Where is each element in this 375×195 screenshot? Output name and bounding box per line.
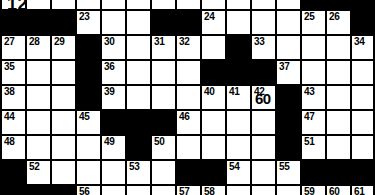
cell-r3c14[interactable] xyxy=(352,61,375,86)
cell-r8c7[interactable]: 57 xyxy=(177,186,202,195)
cell-r2c0[interactable]: 27 xyxy=(2,36,27,61)
cell-annotation-12: 12 xyxy=(7,0,28,13)
black-cell-r7c0 xyxy=(2,161,27,186)
cell-r3c1[interactable] xyxy=(27,61,52,86)
clue-number-34: 34 xyxy=(354,37,365,46)
cell-r1c3[interactable]: 23 xyxy=(77,11,102,36)
cell-r4c10[interactable]: 4260 xyxy=(252,86,277,111)
cell-r7c3[interactable] xyxy=(77,161,102,186)
cell-r5c8[interactable] xyxy=(202,111,227,136)
clue-number-57: 57 xyxy=(179,187,190,195)
cell-r5c0[interactable]: 44 xyxy=(2,111,27,136)
cell-r0c4[interactable] xyxy=(102,0,127,11)
cell-r6c2[interactable] xyxy=(52,136,77,161)
clue-number-55: 55 xyxy=(279,162,290,171)
clue-number-52: 52 xyxy=(29,162,40,171)
black-cell-r7c7 xyxy=(177,161,202,186)
clue-number-54: 54 xyxy=(229,162,240,171)
clue-number-47: 47 xyxy=(304,112,315,121)
cell-r2c14[interactable]: 34 xyxy=(352,36,375,61)
black-cell-r7c8 xyxy=(202,161,227,186)
cell-r5c12[interactable]: 47 xyxy=(302,111,327,136)
cell-r0c5[interactable] xyxy=(127,0,152,11)
cell-r4c8[interactable]: 40 xyxy=(202,86,227,111)
cell-r4c14[interactable] xyxy=(352,86,375,111)
clue-number-46: 46 xyxy=(179,112,190,121)
clue-number-28: 28 xyxy=(29,37,40,46)
black-cell-r0c12 xyxy=(302,0,327,11)
black-cell-r7c13 xyxy=(327,161,352,186)
black-cell-r6c5 xyxy=(127,136,152,161)
clue-number-36: 36 xyxy=(104,62,115,71)
cell-r8c10[interactable] xyxy=(252,186,277,195)
clue-number-51: 51 xyxy=(304,137,315,146)
clue-number-45: 45 xyxy=(79,112,90,121)
cell-r5c1[interactable] xyxy=(27,111,52,136)
clue-number-31: 31 xyxy=(154,37,165,46)
clue-number-49: 49 xyxy=(104,137,115,146)
clue-number-30: 30 xyxy=(104,37,115,46)
clue-number-33: 33 xyxy=(254,37,265,46)
black-cell-r7c14 xyxy=(352,161,375,186)
cell-r0c7[interactable] xyxy=(177,0,202,11)
clue-number-44: 44 xyxy=(4,112,15,121)
cell-r5c7[interactable]: 46 xyxy=(177,111,202,136)
cell-r6c14[interactable] xyxy=(352,136,375,161)
cell-r1c5[interactable] xyxy=(127,11,152,36)
cell-r7c6[interactable] xyxy=(152,161,177,186)
cell-r3c4[interactable]: 36 xyxy=(102,61,127,86)
clue-number-39: 39 xyxy=(104,87,115,96)
clue-number-53: 53 xyxy=(129,162,140,171)
clue-number-40: 40 xyxy=(204,87,215,96)
cell-r4c13[interactable] xyxy=(327,86,352,111)
cell-r1c9[interactable] xyxy=(227,11,252,36)
cell-r5c3[interactable]: 45 xyxy=(77,111,102,136)
cell-r6c3[interactable] xyxy=(77,136,102,161)
cell-r2c8[interactable] xyxy=(202,36,227,61)
cell-r4c4[interactable]: 39 xyxy=(102,86,127,111)
cell-r1c12[interactable]: 25 xyxy=(302,11,327,36)
cell-r6c9[interactable] xyxy=(227,136,252,161)
black-cell-r3c8 xyxy=(202,61,227,86)
black-cell-r4c3 xyxy=(77,86,102,111)
black-cell-r1c1 xyxy=(27,11,52,36)
clue-number-41: 41 xyxy=(229,87,240,96)
black-cell-r8c0 xyxy=(2,186,27,195)
cell-r2c7[interactable]: 32 xyxy=(177,36,202,61)
black-cell-r5c11 xyxy=(277,111,302,136)
clue-number-58: 58 xyxy=(204,187,215,195)
clue-number-35: 35 xyxy=(4,62,15,71)
black-cell-r0c14 xyxy=(352,0,375,11)
clue-number-27: 27 xyxy=(4,37,15,46)
cell-r8c4[interactable] xyxy=(102,186,127,195)
cell-r7c2[interactable] xyxy=(52,161,77,186)
clue-number-29: 29 xyxy=(54,37,65,46)
cell-r0c0[interactable]: 12 xyxy=(2,0,27,11)
black-cell-r0c13 xyxy=(327,0,352,11)
black-cell-r5c6 xyxy=(152,111,177,136)
cell-r7c10[interactable] xyxy=(252,161,277,186)
cell-r7c5[interactable]: 53 xyxy=(127,161,152,186)
cell-r3c12[interactable] xyxy=(302,61,327,86)
cell-r5c14[interactable] xyxy=(352,111,375,136)
clue-number-23: 23 xyxy=(79,12,90,21)
cell-r4c2[interactable] xyxy=(52,86,77,111)
cell-r4c9[interactable]: 41 xyxy=(227,86,252,111)
cell-r5c2[interactable] xyxy=(52,111,77,136)
cell-annotation-60: 60 xyxy=(255,91,271,106)
cell-r6c6[interactable]: 50 xyxy=(152,136,177,161)
cell-r3c5[interactable] xyxy=(127,61,152,86)
black-cell-r3c9 xyxy=(227,61,252,86)
clue-number-48: 48 xyxy=(4,137,15,146)
clue-number-25: 25 xyxy=(304,12,315,21)
cell-r7c1[interactable]: 52 xyxy=(27,161,52,186)
black-cell-r7c12 xyxy=(302,161,327,186)
black-cell-r6c11 xyxy=(277,136,302,161)
cell-r6c1[interactable] xyxy=(27,136,52,161)
black-cell-r5c4 xyxy=(102,111,127,136)
cell-r4c0[interactable]: 38 xyxy=(2,86,27,111)
cell-r0c8[interactable] xyxy=(202,0,227,11)
cell-r0c10[interactable] xyxy=(252,0,277,11)
cell-r6c7[interactable] xyxy=(177,136,202,161)
cell-r7c11[interactable]: 55 xyxy=(277,161,302,186)
cell-r2c10[interactable]: 33 xyxy=(252,36,277,61)
black-cell-r2c3 xyxy=(77,36,102,61)
cell-r2c4[interactable]: 30 xyxy=(102,36,127,61)
clue-number-38: 38 xyxy=(4,87,15,96)
cell-r2c6[interactable]: 31 xyxy=(152,36,177,61)
cell-r0c1[interactable] xyxy=(27,0,52,11)
cell-r0c11[interactable] xyxy=(277,0,302,11)
cell-r3c2[interactable] xyxy=(52,61,77,86)
cell-r2c13[interactable] xyxy=(327,36,352,61)
black-cell-r3c3 xyxy=(77,61,102,86)
cell-r5c13[interactable] xyxy=(327,111,352,136)
cell-r3c11[interactable]: 37 xyxy=(277,61,302,86)
cell-r0c9[interactable] xyxy=(227,0,252,11)
cell-r6c12[interactable]: 51 xyxy=(302,136,327,161)
clue-number-60: 60 xyxy=(329,187,340,195)
cell-r3c0[interactable]: 35 xyxy=(2,61,27,86)
cell-r0c3[interactable] xyxy=(77,0,102,11)
cell-r4c7[interactable] xyxy=(177,86,202,111)
cell-r8c8[interactable]: 58 xyxy=(202,186,227,195)
crossword-grid: 1223242526272829303132333435363738394041… xyxy=(0,0,375,195)
black-cell-r5c5 xyxy=(127,111,152,136)
clue-number-24: 24 xyxy=(204,12,215,21)
cell-r8c3[interactable]: 56 xyxy=(77,186,102,195)
black-cell-r1c2 xyxy=(52,11,77,36)
cell-r3c13[interactable] xyxy=(327,61,352,86)
cell-r3c7[interactable] xyxy=(177,61,202,86)
cell-r2c5[interactable] xyxy=(127,36,152,61)
cell-r8c9[interactable] xyxy=(227,186,252,195)
black-cell-r1c6 xyxy=(152,11,177,36)
cell-r1c11[interactable] xyxy=(277,11,302,36)
cell-r0c6[interactable] xyxy=(152,0,177,11)
cell-r6c0[interactable]: 48 xyxy=(2,136,27,161)
black-cell-r3c10 xyxy=(252,61,277,86)
cell-r7c4[interactable] xyxy=(102,161,127,186)
cell-r4c1[interactable] xyxy=(27,86,52,111)
cell-r7c9[interactable]: 54 xyxy=(227,161,252,186)
black-cell-r4c11 xyxy=(277,86,302,111)
cell-r1c8[interactable]: 24 xyxy=(202,11,227,36)
cell-r6c10[interactable] xyxy=(252,136,277,161)
clue-number-37: 37 xyxy=(279,62,290,71)
black-cell-r1c14 xyxy=(352,11,375,36)
cell-r1c10[interactable] xyxy=(252,11,277,36)
cell-r2c1[interactable]: 28 xyxy=(27,36,52,61)
clue-number-26: 26 xyxy=(329,12,340,21)
cell-r8c14[interactable]: 61 xyxy=(352,186,375,195)
cell-r4c6[interactable] xyxy=(152,86,177,111)
cell-r8c12[interactable]: 59 xyxy=(302,186,327,195)
cell-r6c13[interactable] xyxy=(327,136,352,161)
cell-r8c6[interactable] xyxy=(152,186,177,195)
cell-r4c5[interactable] xyxy=(127,86,152,111)
clue-number-59: 59 xyxy=(304,187,315,195)
cell-r8c11[interactable] xyxy=(277,186,302,195)
cell-r8c5[interactable] xyxy=(127,186,152,195)
cell-r0c2[interactable] xyxy=(52,0,77,11)
clue-number-61: 61 xyxy=(354,187,365,195)
cell-r3c6[interactable] xyxy=(152,61,177,86)
clue-number-50: 50 xyxy=(154,137,165,146)
black-cell-r2c9 xyxy=(227,36,252,61)
cell-r8c13[interactable]: 60 xyxy=(327,186,352,195)
cell-r1c4[interactable] xyxy=(102,11,127,36)
cell-r2c2[interactable]: 29 xyxy=(52,36,77,61)
black-cell-r1c0 xyxy=(2,11,27,36)
cell-r6c4[interactable]: 49 xyxy=(102,136,127,161)
cell-r6c8[interactable] xyxy=(202,136,227,161)
clue-number-32: 32 xyxy=(179,37,190,46)
cell-r5c9[interactable] xyxy=(227,111,252,136)
black-cell-r8c1 xyxy=(27,186,52,195)
clue-number-56: 56 xyxy=(79,187,90,195)
cell-r2c11[interactable] xyxy=(277,36,302,61)
clue-number-43: 43 xyxy=(304,87,315,96)
cell-r5c10[interactable] xyxy=(252,111,277,136)
cell-r1c13[interactable]: 26 xyxy=(327,11,352,36)
cell-r4c12[interactable]: 43 xyxy=(302,86,327,111)
cell-r2c12[interactable] xyxy=(302,36,327,61)
black-cell-r1c7 xyxy=(177,11,202,36)
black-cell-r8c2 xyxy=(52,186,77,195)
